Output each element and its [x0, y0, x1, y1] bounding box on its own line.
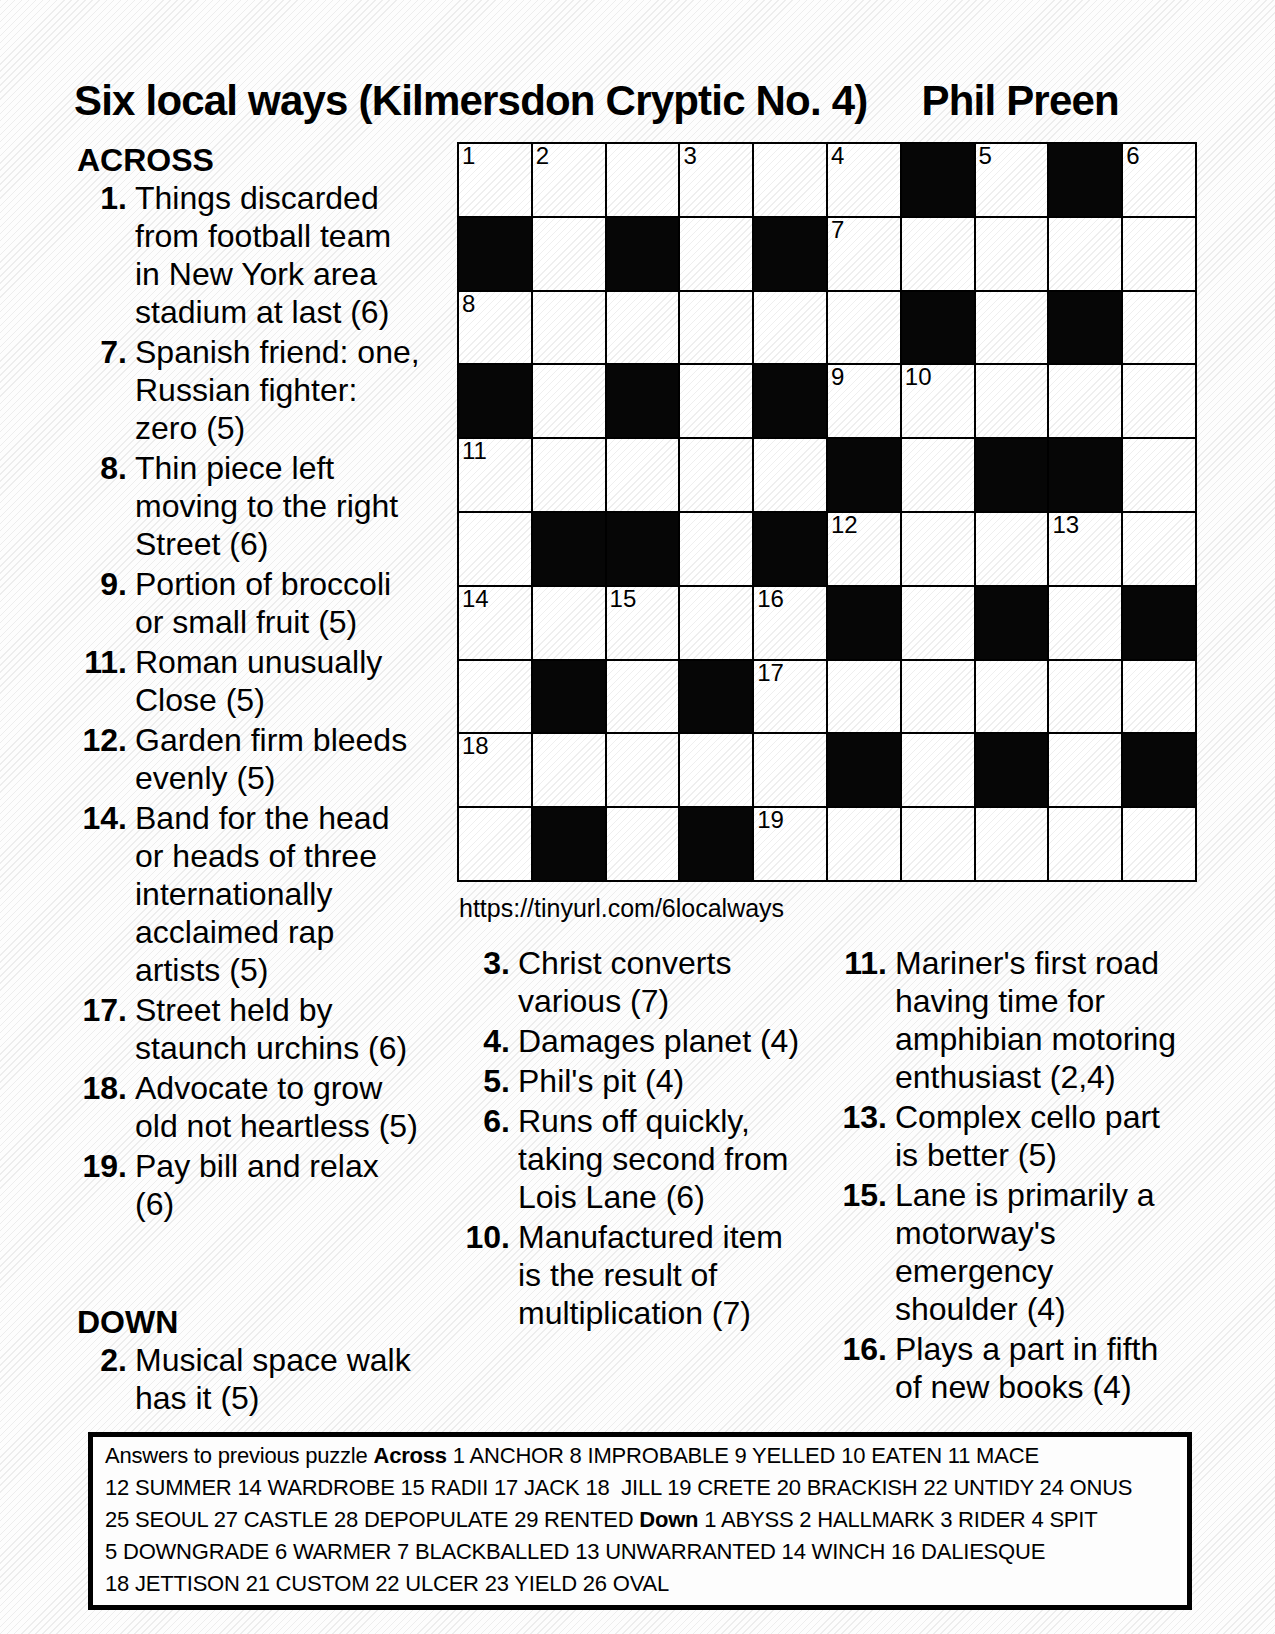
- cell-number: 15: [610, 585, 637, 613]
- clue-number: 7.: [69, 333, 127, 447]
- cell-r2c5: [754, 218, 826, 290]
- clue-item: 14.Band for the heador heads of threeint…: [69, 799, 457, 989]
- cell-r1c4[interactable]: 3: [680, 144, 752, 216]
- cell-r5c6: [828, 439, 900, 511]
- cell-r9c2[interactable]: [533, 734, 605, 806]
- cell-r6c2: [533, 513, 605, 585]
- cell-r7c6: [828, 587, 900, 659]
- cell-r8c3[interactable]: [607, 661, 679, 733]
- cell-r5c10[interactable]: [1123, 439, 1195, 511]
- clue-item: 18.Advocate to growold not heartless (5): [69, 1069, 457, 1145]
- clue-number: 14.: [69, 799, 127, 989]
- clue-number: 9.: [69, 565, 127, 641]
- down-clues-middle: 3.Christ convertsvarious (7)4.Damages pl…: [440, 944, 838, 1332]
- clue-item: 11.Roman unusuallyClose (5): [69, 643, 457, 719]
- cell-r5c1[interactable]: 11: [459, 439, 531, 511]
- clue-number: 3.: [440, 944, 510, 1020]
- clue-text: Pay bill and relax(6): [127, 1147, 379, 1223]
- clue-item: 4.Damages planet (4): [440, 1022, 838, 1060]
- cell-r4c4[interactable]: [680, 365, 752, 437]
- cell-number: 17: [757, 659, 784, 687]
- cell-r10c10[interactable]: [1123, 808, 1195, 880]
- cell-r8c9[interactable]: [1049, 661, 1121, 733]
- cell-r6c1[interactable]: [459, 513, 531, 585]
- clue-item: 11.Mariner's first roadhaving time foram…: [820, 944, 1185, 1096]
- clue-number: 11.: [820, 944, 887, 1096]
- cell-r6c8[interactable]: [976, 513, 1048, 585]
- clue-number: 4.: [440, 1022, 510, 1060]
- clue-text: Musical space walkhas it (5): [127, 1341, 411, 1417]
- clue-number: 15.: [820, 1176, 887, 1328]
- cell-r3c5[interactable]: [754, 292, 826, 364]
- cell-r7c9[interactable]: [1049, 587, 1121, 659]
- clue-text: Portion of broccolior small fruit (5): [127, 565, 391, 641]
- cell-r9c7[interactable]: [902, 734, 974, 806]
- cell-r2c9[interactable]: [1049, 218, 1121, 290]
- clue-text: Band for the heador heads of threeintern…: [127, 799, 389, 989]
- cell-r8c4: [680, 661, 752, 733]
- down-header: DOWN: [69, 1303, 457, 1341]
- cell-r4c6[interactable]: 9: [828, 365, 900, 437]
- cell-r7c3[interactable]: 15: [607, 587, 679, 659]
- clue-text: Spanish friend: one,Russian fighter:zero…: [127, 333, 420, 447]
- cell-r2c8[interactable]: [976, 218, 1048, 290]
- cell-r7c1[interactable]: 14: [459, 587, 531, 659]
- clue-number: 18.: [69, 1069, 127, 1145]
- answers-line: 12 SUMMER 14 WARDROBE 15 RADII 17 JACK 1…: [105, 1472, 1179, 1504]
- cell-r6c9[interactable]: 13: [1049, 513, 1121, 585]
- cell-r4c1: [459, 365, 531, 437]
- cell-r8c7[interactable]: [902, 661, 974, 733]
- cell-number: 2: [536, 142, 549, 170]
- cell-r5c7[interactable]: [902, 439, 974, 511]
- cell-r1c6[interactable]: 4: [828, 144, 900, 216]
- cell-r10c9[interactable]: [1049, 808, 1121, 880]
- cell-r3c4[interactable]: [680, 292, 752, 364]
- cell-r8c8[interactable]: [976, 661, 1048, 733]
- cell-number: 11: [462, 437, 487, 465]
- answers-line: Answers to previous puzzle Across 1 ANCH…: [105, 1440, 1179, 1472]
- clue-item: 7.Spanish friend: one,Russian fighter:ze…: [69, 333, 457, 447]
- cell-r7c10: [1123, 587, 1195, 659]
- cell-r8c1[interactable]: [459, 661, 531, 733]
- cell-r1c7: [902, 144, 974, 216]
- cell-r9c5[interactable]: [754, 734, 826, 806]
- clue-text: Garden firm bleedsevenly (5): [127, 721, 407, 797]
- cell-r2c6[interactable]: 7: [828, 218, 900, 290]
- cell-r10c7[interactable]: [902, 808, 974, 880]
- cell-r3c7: [902, 292, 974, 364]
- cell-number: 9: [831, 363, 844, 391]
- cell-r3c6[interactable]: [828, 292, 900, 364]
- down-clues-column-left: DOWN 2.Musical space walkhas it (5): [69, 1303, 457, 1419]
- cell-number: 4: [831, 142, 844, 170]
- cell-r8c2: [533, 661, 605, 733]
- clue-number: 16.: [820, 1330, 887, 1406]
- cell-r5c8: [976, 439, 1048, 511]
- cell-r5c3[interactable]: [607, 439, 679, 511]
- cell-number: 16: [757, 585, 784, 613]
- cell-number: 19: [757, 806, 784, 834]
- clue-text: Advocate to growold not heartless (5): [127, 1069, 418, 1145]
- clue-number: 19.: [69, 1147, 127, 1223]
- cell-number: 13: [1052, 511, 1079, 539]
- cell-r1c1[interactable]: 1: [459, 144, 531, 216]
- cell-r2c4[interactable]: [680, 218, 752, 290]
- cell-r9c10: [1123, 734, 1195, 806]
- clue-number: 10.: [440, 1218, 510, 1332]
- across-clues: 1.Things discardedfrom football teamin N…: [69, 179, 457, 1223]
- cell-r4c3: [607, 365, 679, 437]
- clue-text: Lane is primarily amotorway'semergencysh…: [887, 1176, 1155, 1328]
- clue-item: 15.Lane is primarily amotorway'semergenc…: [820, 1176, 1185, 1328]
- clue-item: 9.Portion of broccolior small fruit (5): [69, 565, 457, 641]
- cell-r8c6[interactable]: [828, 661, 900, 733]
- cell-r6c4[interactable]: [680, 513, 752, 585]
- cell-r2c10[interactable]: [1123, 218, 1195, 290]
- cell-r6c7[interactable]: [902, 513, 974, 585]
- cell-r9c8: [976, 734, 1048, 806]
- cell-r9c3[interactable]: [607, 734, 679, 806]
- cell-r1c8[interactable]: 5: [976, 144, 1048, 216]
- cell-r10c4: [680, 808, 752, 880]
- cell-r6c5: [754, 513, 826, 585]
- cell-r6c10[interactable]: [1123, 513, 1195, 585]
- down-clues-right: 11.Mariner's first roadhaving time foram…: [820, 944, 1185, 1406]
- cell-r3c1[interactable]: 8: [459, 292, 531, 364]
- clue-item: 3.Christ convertsvarious (7): [440, 944, 838, 1020]
- across-clues-column: ACROSS 1.Things discardedfrom football t…: [69, 141, 457, 1225]
- puzzle-page: Six local ways (Kilmersdon Cryptic No. 4…: [0, 0, 1275, 1634]
- cell-r2c1: [459, 218, 531, 290]
- clue-text: Thin piece leftmoving to the rightStreet…: [127, 449, 398, 563]
- clue-text: Things discardedfrom football teamin New…: [127, 179, 391, 331]
- cell-r10c5[interactable]: 19: [754, 808, 826, 880]
- clue-item: 19.Pay bill and relax(6): [69, 1147, 457, 1223]
- puzzle-url: https://tinyurl.com/6localways: [459, 894, 784, 923]
- cell-number: 1: [462, 142, 475, 170]
- cell-number: 14: [462, 585, 489, 613]
- across-header: ACROSS: [69, 141, 457, 179]
- cell-r1c5[interactable]: [754, 144, 826, 216]
- cell-r8c5[interactable]: 17: [754, 661, 826, 733]
- cell-r5c5[interactable]: [754, 439, 826, 511]
- cell-r9c9[interactable]: [1049, 734, 1121, 806]
- cell-r4c8[interactable]: [976, 365, 1048, 437]
- cell-r1c9: [1049, 144, 1121, 216]
- clue-number: 2.: [69, 1341, 127, 1417]
- cell-number: 18: [462, 732, 489, 760]
- cell-r10c2: [533, 808, 605, 880]
- clue-number: 17.: [69, 991, 127, 1067]
- cell-r9c1[interactable]: 18: [459, 734, 531, 806]
- cell-r7c8: [976, 587, 1048, 659]
- clue-number: 1.: [69, 179, 127, 331]
- clue-item: 17.Street held bystaunch urchins (6): [69, 991, 457, 1067]
- clue-item: 12.Garden firm bleedsevenly (5): [69, 721, 457, 797]
- cell-number: 5: [979, 142, 992, 170]
- answers-line: 18 JETTISON 21 CUSTOM 22 ULCER 23 YIELD …: [105, 1568, 1179, 1600]
- answers-line: 5 DOWNGRADE 6 WARMER 7 BLACKBALLED 13 UN…: [105, 1536, 1179, 1568]
- cell-number: 3: [683, 142, 696, 170]
- clue-number: 6.: [440, 1102, 510, 1216]
- cell-r2c2[interactable]: [533, 218, 605, 290]
- cell-r3c8[interactable]: [976, 292, 1048, 364]
- page-title: Six local ways (Kilmersdon Cryptic No. 4…: [74, 77, 1119, 125]
- clue-item: 5.Phil's pit (4): [440, 1062, 838, 1100]
- clue-text: Roman unusuallyClose (5): [127, 643, 382, 719]
- cell-r5c2[interactable]: [533, 439, 605, 511]
- cell-r2c7[interactable]: [902, 218, 974, 290]
- cell-r4c2[interactable]: [533, 365, 605, 437]
- clue-text: Plays a part in fifthof new books (4): [887, 1330, 1158, 1406]
- cell-r9c6: [828, 734, 900, 806]
- cell-r9c4[interactable]: [680, 734, 752, 806]
- cell-number: 8: [462, 290, 475, 318]
- cell-r4c10[interactable]: [1123, 365, 1195, 437]
- clue-number: 5.: [440, 1062, 510, 1100]
- clue-text: Phil's pit (4): [510, 1062, 684, 1100]
- clue-text: Street held bystaunch urchins (6): [127, 991, 407, 1067]
- clue-text: Manufactured itemis the result ofmultipl…: [510, 1218, 783, 1332]
- answers-box: Answers to previous puzzle Across 1 ANCH…: [88, 1432, 1192, 1610]
- cell-r6c3: [607, 513, 679, 585]
- down-clues-left: 2.Musical space walkhas it (5): [69, 1341, 457, 1417]
- clue-text: Runs off quickly,taking second fromLois …: [510, 1102, 788, 1216]
- cell-r1c10[interactable]: 6: [1123, 144, 1195, 216]
- cell-r3c10[interactable]: [1123, 292, 1195, 364]
- cell-r3c2[interactable]: [533, 292, 605, 364]
- cell-number: 10: [905, 363, 932, 391]
- cell-r5c9: [1049, 439, 1121, 511]
- clue-number: 13.: [820, 1098, 887, 1174]
- cell-r8c10[interactable]: [1123, 661, 1195, 733]
- cell-r4c5: [754, 365, 826, 437]
- clue-item: 8.Thin piece leftmoving to the rightStre…: [69, 449, 457, 563]
- cell-r2c3: [607, 218, 679, 290]
- cell-r7c7[interactable]: [902, 587, 974, 659]
- cell-r3c3[interactable]: [607, 292, 679, 364]
- puzzle-author: Phil Preen: [921, 77, 1118, 125]
- cell-r5c4[interactable]: [680, 439, 752, 511]
- cell-r10c8[interactable]: [976, 808, 1048, 880]
- clue-item: 6.Runs off quickly,taking second fromLoi…: [440, 1102, 838, 1216]
- answers-line: 25 SEOUL 27 CASTLE 28 DEPOPULATE 29 RENT…: [105, 1504, 1179, 1536]
- cell-r1c3[interactable]: [607, 144, 679, 216]
- cell-r7c4[interactable]: [680, 587, 752, 659]
- cell-r1c2[interactable]: 2: [533, 144, 605, 216]
- cell-r10c6[interactable]: [828, 808, 900, 880]
- clue-text: Complex cello partis better (5): [887, 1098, 1160, 1174]
- clue-number: 12.: [69, 721, 127, 797]
- cell-r6c6[interactable]: 12: [828, 513, 900, 585]
- clue-item: 16.Plays a part in fifthof new books (4): [820, 1330, 1185, 1406]
- clue-number: 8.: [69, 449, 127, 563]
- cell-number: 7: [831, 216, 844, 244]
- cell-r3c9: [1049, 292, 1121, 364]
- clue-item: 10.Manufactured itemis the result ofmult…: [440, 1218, 838, 1332]
- crossword-grid[interactable]: 12345678910111213141516171819: [457, 142, 1197, 882]
- clue-item: 1.Things discardedfrom football teamin N…: [69, 179, 457, 331]
- cell-r4c7[interactable]: 10: [902, 365, 974, 437]
- puzzle-title: Six local ways (Kilmersdon Cryptic No. 4…: [74, 77, 867, 125]
- clue-text: Damages planet (4): [510, 1022, 799, 1060]
- down-clues-column-middle: 3.Christ convertsvarious (7)4.Damages pl…: [440, 944, 838, 1334]
- cell-r10c3[interactable]: [607, 808, 679, 880]
- clue-number: 11.: [69, 643, 127, 719]
- clue-item: 2.Musical space walkhas it (5): [69, 1341, 457, 1417]
- cell-r7c2[interactable]: [533, 587, 605, 659]
- clue-text: Christ convertsvarious (7): [510, 944, 731, 1020]
- cell-r7c5[interactable]: 16: [754, 587, 826, 659]
- cell-number: 6: [1126, 142, 1139, 170]
- clue-text: Mariner's first roadhaving time foramphi…: [887, 944, 1176, 1096]
- cell-r4c9[interactable]: [1049, 365, 1121, 437]
- clue-item: 13.Complex cello partis better (5): [820, 1098, 1185, 1174]
- cell-r10c1[interactable]: [459, 808, 531, 880]
- down-clues-column-right: 11.Mariner's first roadhaving time foram…: [820, 944, 1185, 1408]
- cell-number: 12: [831, 511, 858, 539]
